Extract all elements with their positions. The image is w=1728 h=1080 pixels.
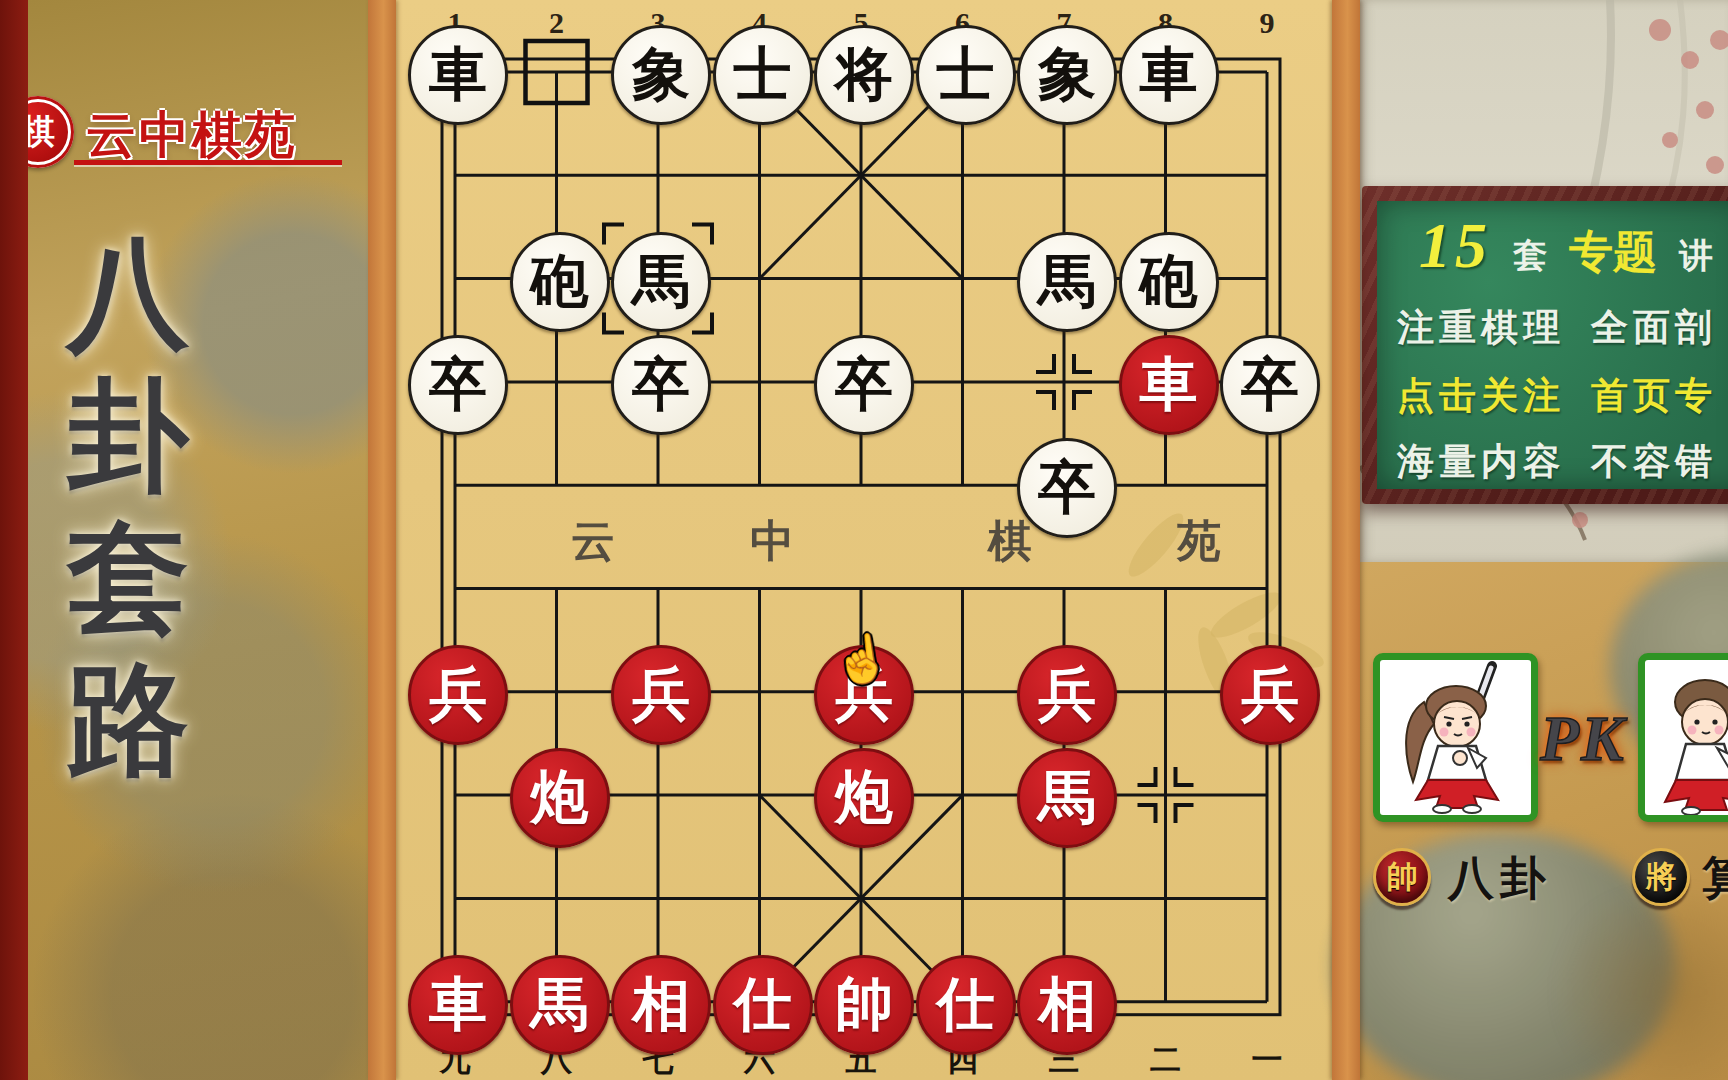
red-piece-馬[interactable]: 馬 — [510, 955, 610, 1055]
red-piece-相[interactable]: 相 — [1017, 955, 1117, 1055]
chalkboard: 15套专题讲注重棋理全面剖点击关注首页专海量内容不容错 — [1362, 186, 1728, 504]
crosshair-marker — [1138, 767, 1156, 785]
chalk-text: 海量内容 — [1397, 437, 1565, 487]
red-piece-炮[interactable]: 炮 — [510, 748, 610, 848]
crosshair-marker — [1074, 392, 1092, 410]
crosshair-marker — [1074, 354, 1092, 372]
river-text: 苑 — [1177, 512, 1221, 571]
avatar-red-player — [1373, 653, 1538, 822]
red-piece-帥[interactable]: 帥 — [814, 955, 914, 1055]
black-piece-象[interactable]: 象 — [1017, 25, 1117, 125]
chalk-text: 注重棋理 — [1397, 303, 1565, 353]
red-piece-仕[interactable]: 仕 — [713, 955, 813, 1055]
crosshair-marker — [1036, 392, 1054, 410]
red-piece-炮[interactable]: 炮 — [814, 748, 914, 848]
red-piece-兵[interactable]: 兵 — [1017, 645, 1117, 745]
chalkboard-line: 注重棋理全面剖 — [1377, 303, 1717, 353]
file-label-top: 9 — [1245, 6, 1289, 40]
red-piece-車[interactable]: 車 — [1119, 335, 1219, 435]
river-text: 棋 — [988, 512, 1032, 571]
river-text: 云 — [571, 512, 615, 571]
right-panel: 15套专题讲注重棋理全面剖点击关注首页专海量内容不容错 — [1360, 0, 1728, 1080]
board-frame-right — [1332, 0, 1360, 1080]
video-frame: 棋 云中棋苑 八卦套路 ☝ 123456789九八七六五四三二一云中棋苑車象士将… — [0, 0, 1728, 1080]
title-char-1: 八 — [63, 234, 193, 356]
file-label-bottom: 一 — [1245, 1042, 1289, 1078]
chalk-text: 套 — [1513, 233, 1547, 279]
black-piece-卒[interactable]: 卒 — [611, 335, 711, 435]
move-to-marker — [604, 313, 624, 333]
move-to-marker — [604, 225, 624, 245]
black-piece-卒[interactable]: 卒 — [1017, 438, 1117, 538]
vertical-title: 八卦套路 — [63, 0, 193, 1080]
chalk-text: 专题 — [1569, 223, 1657, 282]
title-char-4: 路 — [63, 660, 193, 782]
black-player-name: 算 — [1702, 848, 1728, 910]
chalk-text: 讲 — [1679, 233, 1713, 279]
black-piece-車[interactable]: 車 — [1119, 25, 1219, 125]
mouse-hand-cursor: ☝ — [830, 628, 894, 689]
chalkboard-line: 15套专题讲 — [1377, 209, 1713, 283]
river-text: 中 — [750, 512, 794, 571]
chalk-text: 全面剖 — [1591, 303, 1717, 353]
red-piece-兵[interactable]: 兵 — [611, 645, 711, 745]
move-to-marker — [692, 225, 712, 245]
cartoon-swordsman-boy — [1645, 660, 1728, 815]
black-piece-砲[interactable]: 砲 — [510, 232, 610, 332]
board-frame-left — [368, 0, 396, 1080]
black-piece-馬[interactable]: 馬 — [1017, 232, 1117, 332]
red-piece-相[interactable]: 相 — [611, 955, 711, 1055]
title-char-2: 卦 — [63, 376, 193, 498]
chalk-text: 点击关注 — [1397, 371, 1565, 421]
pk-text: PK — [1540, 702, 1626, 776]
black-piece-馬[interactable]: 馬 — [611, 232, 711, 332]
crosshair-marker — [1176, 805, 1194, 823]
file-label-bottom: 二 — [1144, 1042, 1188, 1078]
black-piece-士[interactable]: 士 — [916, 25, 1016, 125]
left-panel: 棋 云中棋苑 八卦套路 — [28, 0, 368, 1080]
crosshair-marker — [1138, 805, 1156, 823]
black-piece-車[interactable]: 車 — [408, 25, 508, 125]
black-piece-将[interactable]: 将 — [814, 25, 914, 125]
black-piece-砲[interactable]: 砲 — [1119, 232, 1219, 332]
red-player-name: 八卦 — [1448, 848, 1552, 910]
red-piece-仕[interactable]: 仕 — [916, 955, 1016, 1055]
avatar-black-player — [1638, 653, 1728, 822]
black-piece-象[interactable]: 象 — [611, 25, 711, 125]
red-piece-兵[interactable]: 兵 — [408, 645, 508, 745]
black-piece-卒[interactable]: 卒 — [408, 335, 508, 435]
crosshair-marker — [1176, 767, 1194, 785]
red-piece-車[interactable]: 車 — [408, 955, 508, 1055]
title-char-3: 套 — [63, 518, 193, 640]
black-piece-卒[interactable]: 卒 — [814, 335, 914, 435]
black-piece-卒[interactable]: 卒 — [1220, 335, 1320, 435]
black-general-badge: 將 — [1632, 848, 1690, 906]
chalkboard-line: 海量内容不容错 — [1377, 437, 1717, 487]
red-piece-兵[interactable]: 兵 — [1220, 645, 1320, 745]
red-piece-馬[interactable]: 馬 — [1017, 748, 1117, 848]
black-piece-士[interactable]: 士 — [713, 25, 813, 125]
chalk-text: 首页专 — [1591, 371, 1717, 421]
chalk-text: 15 — [1419, 209, 1491, 283]
left-edge-strip — [0, 0, 28, 1080]
chalk-text: 不容错 — [1591, 437, 1717, 487]
cartoon-swordsman-girl — [1380, 660, 1531, 815]
chalkboard-line: 点击关注首页专 — [1377, 371, 1717, 421]
chalkboard-surface: 15套专题讲注重棋理全面剖点击关注首页专海量内容不容错 — [1377, 201, 1728, 489]
crosshair-marker — [1036, 354, 1054, 372]
xiangqi-board: ☝ 123456789九八七六五四三二一云中棋苑車象士将士象車砲馬馬砲卒卒卒車卒… — [396, 0, 1332, 1080]
file-label-top: 2 — [535, 6, 579, 40]
red-general-badge: 帥 — [1373, 848, 1431, 906]
